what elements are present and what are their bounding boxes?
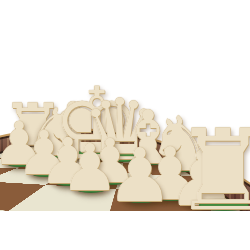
- piece-white-rook: ♜: [167, 114, 250, 211]
- photo-area: ♜♞♝♚♛♝♞♜♟♟♟♟♟♟♟♟: [0, 0, 250, 211]
- chess-set-product-photo: ♜♞♝♚♛♝♞♜♟♟♟♟♟♟♟♟: [0, 0, 250, 250]
